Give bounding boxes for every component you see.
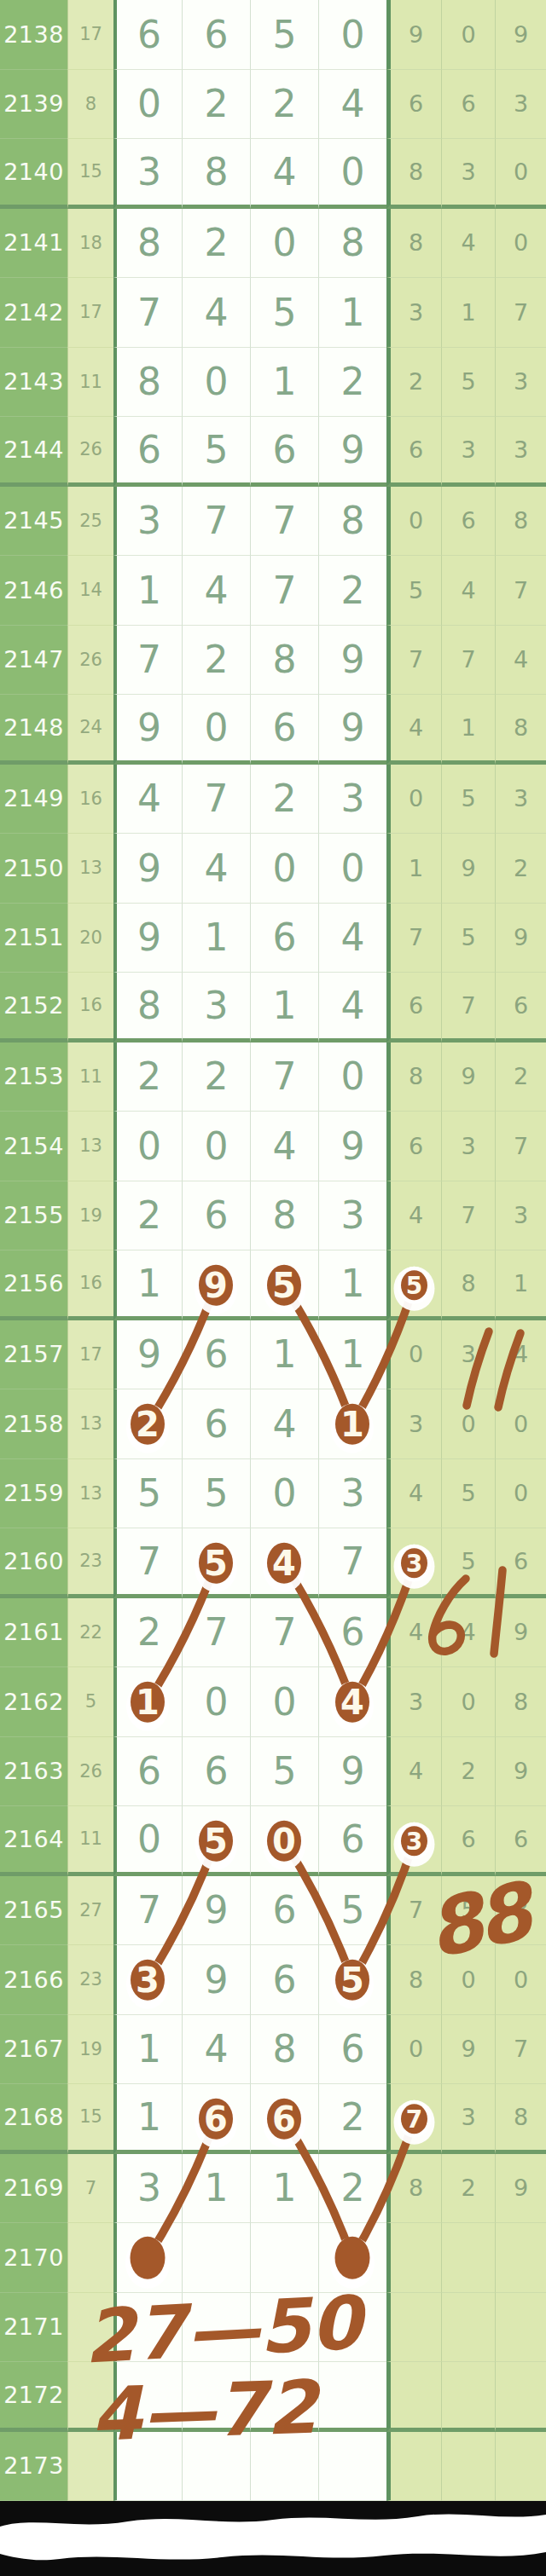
main-digit-cell: [113, 2432, 182, 2502]
tail-digit-cell: 6: [495, 973, 546, 1043]
period-cell: 2138: [0, 0, 67, 70]
tail-digit-cell: 5: [441, 765, 495, 835]
main-digit-cell: 4: [318, 973, 386, 1043]
sum-cell: 17: [67, 278, 113, 348]
main-digit-cell: 0: [250, 834, 318, 904]
period-cell: 2141: [0, 209, 67, 279]
tail-digit-cell: 3: [441, 139, 495, 209]
main-digit-cell: [182, 2223, 250, 2293]
torn-edge-footer: [0, 2501, 546, 2576]
period-cell: 2153: [0, 1043, 67, 1112]
period-cell: 2147: [0, 626, 67, 696]
sum-cell: [67, 2362, 113, 2432]
tail-digit-cell: 6: [386, 1112, 441, 1181]
tail-digit-cell: 4: [386, 695, 441, 765]
period-cell: 2152: [0, 973, 67, 1043]
row-2166: 2166233965800: [0, 1945, 546, 2015]
main-digit-cell: 6: [250, 1945, 318, 2015]
row-2171: 2171: [0, 2293, 546, 2363]
main-digit-cell: 2: [113, 1389, 182, 1459]
tail-digit-cell: 0: [386, 1320, 441, 1390]
main-digit-cell: 2: [318, 348, 386, 418]
tail-digit-cell: [441, 2432, 495, 2502]
tail-digit-cell: 9: [495, 1598, 546, 1668]
main-digit-cell: 8: [318, 209, 386, 279]
tail-digit-cell: 8: [386, 209, 441, 279]
tail-digit-cell: 5: [441, 348, 495, 418]
sum-cell: 18: [67, 209, 113, 279]
tail-digit-cell: 3: [495, 765, 546, 835]
main-digit-cell: 8: [250, 2015, 318, 2085]
period-cell: 2150: [0, 834, 67, 904]
main-digit-cell: 6: [182, 1181, 250, 1251]
sum-cell: 17: [67, 0, 113, 70]
tail-digit-cell: 0: [495, 1945, 546, 2015]
tail-digit-cell: 7: [441, 626, 495, 696]
tail-digit-cell: 6: [441, 1806, 495, 1876]
row-2164: 2164110506366: [0, 1806, 546, 1876]
main-digit-cell: 9: [318, 695, 386, 765]
tail-digit-cell: 9: [441, 1043, 495, 1112]
tail-digit-cell: 8: [386, 1945, 441, 2015]
sum-cell: 11: [67, 1043, 113, 1112]
main-digit-cell: 4: [318, 904, 386, 973]
main-digit-cell: 2: [318, 2084, 386, 2154]
row-2162: 216251004308: [0, 1667, 546, 1737]
row-2159: 2159135503450: [0, 1459, 546, 1529]
tail-digit-cell: [386, 2223, 441, 2293]
period-cell: 2145: [0, 487, 67, 557]
torn-edge-graphic: [0, 2501, 546, 2576]
main-digit-cell: 0: [113, 1112, 182, 1181]
sum-cell: 19: [67, 1181, 113, 1251]
tail-digit-cell: 8: [495, 1876, 546, 1946]
sum-cell: 24: [67, 695, 113, 765]
main-digit-cell: 5: [318, 1876, 386, 1946]
tail-digit-cell: 4: [386, 1181, 441, 1251]
row-2139: 213980224663: [0, 70, 546, 140]
tail-digit-cell: 7: [386, 2084, 441, 2154]
row-2161: 2161222776449: [0, 1598, 546, 1668]
main-digit-cell: 9: [318, 1112, 386, 1181]
main-digit-cell: 4: [250, 139, 318, 209]
period-cell: 2168: [0, 2084, 67, 2154]
main-digit-cell: 8: [250, 1181, 318, 1251]
tail-digit-cell: 9: [495, 904, 546, 973]
row-2170: 2170: [0, 2223, 546, 2293]
period-cell: 2165: [0, 1876, 67, 1946]
main-digit-cell: 3: [318, 1459, 386, 1529]
sum-cell: 17: [67, 1320, 113, 1390]
row-2153: 2153112270892: [0, 1043, 546, 1112]
main-digit-cell: 8: [318, 487, 386, 557]
tail-digit-cell: 2: [495, 1043, 546, 1112]
tail-digit-cell: 9: [441, 834, 495, 904]
period-cell: 2139: [0, 70, 67, 140]
row-2142: 2142177451317: [0, 278, 546, 348]
sum-cell: 16: [67, 973, 113, 1043]
tail-digit-cell: 0: [441, 1945, 495, 2015]
tail-digit-cell: 9: [495, 1737, 546, 1807]
sum-cell: 15: [67, 2084, 113, 2154]
period-cell: 2158: [0, 1389, 67, 1459]
main-digit-cell: 7: [113, 626, 182, 696]
period-cell: 2169: [0, 2154, 67, 2224]
tail-digit-cell: 1: [386, 834, 441, 904]
main-digit-cell: 2: [113, 1181, 182, 1251]
main-digit-cell: 0: [318, 139, 386, 209]
period-cell: 2151: [0, 904, 67, 973]
main-digit-cell: 2: [182, 626, 250, 696]
row-2168: 2168151662738: [0, 2084, 546, 2154]
main-digit-cell: [318, 2362, 386, 2432]
row-2165: 2165277965758: [0, 1876, 546, 1946]
sum-cell: 13: [67, 1112, 113, 1181]
sum-cell: 19: [67, 2015, 113, 2085]
tail-digit-cell: 4: [441, 1598, 495, 1668]
main-digit-cell: 1: [113, 2015, 182, 2085]
main-digit-cell: 4: [182, 834, 250, 904]
tail-digit-cell: 7: [495, 1112, 546, 1181]
main-digit-cell: 2: [113, 1598, 182, 1668]
sum-cell: [67, 2432, 113, 2502]
row-2158: 2158132641300: [0, 1389, 546, 1459]
main-digit-cell: 6: [182, 1737, 250, 1807]
main-digit-cell: 6: [250, 695, 318, 765]
tail-digit-cell: 0: [495, 1459, 546, 1529]
main-digit-cell: 2: [182, 70, 250, 140]
sum-cell: 15: [67, 139, 113, 209]
tail-digit-cell: 0: [386, 2015, 441, 2085]
row-2156: 2156161951581: [0, 1250, 546, 1320]
main-digit-cell: 9: [113, 1320, 182, 1390]
main-digit-cell: 2: [250, 70, 318, 140]
main-digit-cell: 1: [318, 1320, 386, 1390]
period-cell: 2159: [0, 1459, 67, 1529]
main-digit-cell: 1: [182, 904, 250, 973]
main-digit-cell: 8: [182, 139, 250, 209]
tail-digit-cell: 0: [495, 1389, 546, 1459]
tail-digit-cell: 8: [386, 1043, 441, 1112]
main-digit-cell: [182, 2362, 250, 2432]
main-digit-cell: 5: [113, 1459, 182, 1529]
main-digit-cell: 6: [318, 1806, 386, 1876]
period-cell: 2171: [0, 2293, 67, 2363]
main-digit-cell: 7: [182, 487, 250, 557]
period-cell: 2160: [0, 1528, 67, 1598]
main-digit-cell: 2: [318, 2154, 386, 2224]
tail-digit-cell: 8: [495, 2084, 546, 2154]
row-2138: 2138176650909: [0, 0, 546, 70]
main-digit-cell: 4: [113, 765, 182, 835]
sum-cell: 11: [67, 1806, 113, 1876]
main-digit-cell: 0: [318, 1043, 386, 1112]
main-digit-cell: 4: [318, 1667, 386, 1737]
sum-cell: [67, 2223, 113, 2293]
main-digit-cell: [250, 2223, 318, 2293]
tail-digit-cell: [441, 2223, 495, 2293]
main-digit-cell: 6: [113, 1737, 182, 1807]
tail-digit-cell: 8: [495, 1667, 546, 1737]
sum-cell: 23: [67, 1528, 113, 1598]
tail-digit-cell: 0: [495, 209, 546, 279]
row-2140: 2140153840830: [0, 139, 546, 209]
tail-digit-cell: 7: [386, 1876, 441, 1946]
main-digit-cell: 7: [250, 1598, 318, 1668]
tail-digit-cell: 3: [441, 1112, 495, 1181]
tail-digit-cell: 7: [386, 626, 441, 696]
tail-digit-cell: 6: [386, 70, 441, 140]
main-digit-cell: 3: [182, 973, 250, 1043]
main-digit-cell: 0: [250, 209, 318, 279]
tail-digit-cell: 6: [495, 1806, 546, 1876]
period-cell: 2142: [0, 278, 67, 348]
main-digit-cell: [250, 2362, 318, 2432]
period-cell: 2140: [0, 139, 67, 209]
row-2163: 2163266659429: [0, 1737, 546, 1807]
sum-cell: 26: [67, 1737, 113, 1807]
tail-digit-cell: [441, 2293, 495, 2363]
period-cell: 2148: [0, 695, 67, 765]
tail-digit-cell: 6: [441, 487, 495, 557]
main-digit-cell: 9: [182, 1945, 250, 2015]
tail-digit-cell: 6: [386, 973, 441, 1043]
main-digit-cell: 3: [318, 765, 386, 835]
row-2146: 2146141472547: [0, 556, 546, 626]
tail-digit-cell: 7: [441, 1181, 495, 1251]
main-digit-cell: 6: [250, 904, 318, 973]
main-digit-cell: 8: [250, 626, 318, 696]
main-digit-cell: 1: [318, 278, 386, 348]
tail-digit-cell: 3: [441, 2084, 495, 2154]
row-2167: 2167191486097: [0, 2015, 546, 2085]
main-digit-cell: 4: [250, 1389, 318, 1459]
main-digit-cell: 6: [182, 1320, 250, 1390]
period-cell: 2144: [0, 417, 67, 487]
tail-digit-cell: 1: [495, 1250, 546, 1320]
tail-digit-cell: 0: [386, 487, 441, 557]
tail-digit-cell: 9: [495, 2154, 546, 2224]
sum-cell: 5: [67, 1667, 113, 1737]
period-cell: 2157: [0, 1320, 67, 1390]
period-cell: 2146: [0, 556, 67, 626]
period-cell: 2143: [0, 348, 67, 418]
row-2141: 2141188208840: [0, 209, 546, 279]
main-digit-cell: 1: [318, 1250, 386, 1320]
row-2172: 2172: [0, 2362, 546, 2432]
main-digit-cell: 1: [113, 556, 182, 626]
main-digit-cell: 6: [318, 1598, 386, 1668]
main-digit-cell: 2: [250, 765, 318, 835]
main-digit-cell: [113, 2223, 182, 2293]
main-digit-cell: 6: [113, 417, 182, 487]
main-digit-cell: 4: [318, 70, 386, 140]
main-digit-cell: 1: [113, 1250, 182, 1320]
tail-digit-cell: [386, 2362, 441, 2432]
sum-cell: 20: [67, 904, 113, 973]
period-cell: 2172: [0, 2362, 67, 2432]
period-cell: 2154: [0, 1112, 67, 1181]
tail-digit-cell: 3: [386, 1667, 441, 1737]
tail-digit-cell: 4: [495, 1320, 546, 1390]
tail-digit-cell: [386, 2432, 441, 2502]
main-digit-cell: 1: [250, 973, 318, 1043]
tail-digit-cell: 6: [441, 70, 495, 140]
main-digit-cell: 9: [182, 1876, 250, 1946]
tail-digit-cell: 3: [386, 278, 441, 348]
main-digit-cell: 5: [250, 278, 318, 348]
row-2149: 2149164723053: [0, 765, 546, 835]
period-cell: 2163: [0, 1737, 67, 1807]
main-digit-cell: 5: [182, 1528, 250, 1598]
main-digit-cell: 9: [113, 695, 182, 765]
tail-digit-cell: 3: [441, 417, 495, 487]
main-digit-cell: 9: [113, 834, 182, 904]
period-cell: 2161: [0, 1598, 67, 1668]
tail-digit-cell: 7: [495, 2015, 546, 2085]
main-digit-cell: 9: [318, 1737, 386, 1807]
main-digit-cell: 6: [250, 417, 318, 487]
main-digit-cell: 6: [182, 2084, 250, 2154]
row-2173: 2173: [0, 2432, 546, 2502]
tail-digit-cell: 3: [386, 1528, 441, 1598]
main-digit-cell: 6: [113, 0, 182, 70]
sum-cell: 23: [67, 1945, 113, 2015]
tail-digit-cell: 5: [441, 1528, 495, 1598]
sum-cell: 26: [67, 417, 113, 487]
tail-digit-cell: 3: [495, 1181, 546, 1251]
row-2148: 2148249069418: [0, 695, 546, 765]
main-digit-cell: 7: [113, 1876, 182, 1946]
main-digit-cell: 9: [113, 904, 182, 973]
main-digit-cell: 1: [250, 348, 318, 418]
period-cell: 2170: [0, 2223, 67, 2293]
tail-digit-cell: 4: [441, 209, 495, 279]
tail-digit-cell: 4: [495, 626, 546, 696]
tail-digit-cell: 3: [386, 1806, 441, 1876]
sum-cell: [67, 2293, 113, 2363]
tail-digit-cell: [495, 2432, 546, 2502]
tail-digit-cell: 7: [441, 973, 495, 1043]
tail-digit-cell: [495, 2223, 546, 2293]
sum-cell: 8: [67, 70, 113, 140]
tail-digit-cell: 3: [495, 417, 546, 487]
lottery-trend-chart: 2138176650909213980224663214015384083021…: [0, 0, 546, 2576]
main-digit-cell: 0: [318, 0, 386, 70]
sum-cell: 11: [67, 348, 113, 418]
period-cell: 2164: [0, 1806, 67, 1876]
main-digit-cell: [250, 2293, 318, 2363]
main-digit-cell: 5: [182, 1806, 250, 1876]
main-digit-cell: 7: [318, 1528, 386, 1598]
main-digit-cell: 5: [250, 0, 318, 70]
main-digit-cell: [182, 2293, 250, 2363]
tail-digit-cell: 0: [386, 765, 441, 835]
main-digit-cell: 2: [113, 1043, 182, 1112]
tail-digit-cell: 7: [495, 556, 546, 626]
main-digit-cell: 8: [113, 973, 182, 1043]
row-2155: 2155192683473: [0, 1181, 546, 1251]
main-digit-cell: 2: [182, 209, 250, 279]
tail-digit-cell: [495, 2362, 546, 2432]
tail-digit-cell: 0: [441, 1389, 495, 1459]
period-cell: 2155: [0, 1181, 67, 1251]
main-digit-cell: 0: [250, 1806, 318, 1876]
row-2147: 2147267289774: [0, 626, 546, 696]
main-digit-cell: 7: [250, 487, 318, 557]
tail-digit-cell: 0: [441, 0, 495, 70]
main-digit-cell: [318, 2293, 386, 2363]
tail-digit-cell: 1: [441, 278, 495, 348]
tail-digit-cell: 3: [386, 1389, 441, 1459]
sum-cell: 13: [67, 1389, 113, 1459]
period-cell: 2149: [0, 765, 67, 835]
main-digit-cell: [318, 2223, 386, 2293]
tail-digit-cell: 0: [441, 1667, 495, 1737]
row-2160: 2160237547356: [0, 1528, 546, 1598]
main-digit-cell: 9: [318, 626, 386, 696]
tail-digit-cell: 6: [386, 417, 441, 487]
tail-digit-cell: 3: [495, 70, 546, 140]
tail-digit-cell: 2: [386, 348, 441, 418]
period-cell: 2173: [0, 2432, 67, 2502]
period-cell: 2166: [0, 1945, 67, 2015]
number-grid: 2138176650909213980224663214015384083021…: [0, 0, 546, 2501]
main-digit-cell: 5: [250, 1737, 318, 1807]
tail-digit-cell: 5: [386, 1250, 441, 1320]
main-digit-cell: 3: [113, 1945, 182, 2015]
period-cell: 2167: [0, 2015, 67, 2085]
tail-digit-cell: 8: [386, 139, 441, 209]
tail-digit-cell: 3: [495, 348, 546, 418]
tail-digit-cell: [386, 2293, 441, 2363]
main-digit-cell: [182, 2432, 250, 2502]
main-digit-cell: 0: [182, 348, 250, 418]
main-digit-cell: 1: [250, 1320, 318, 1390]
sum-cell: 13: [67, 834, 113, 904]
main-digit-cell: 1: [113, 1667, 182, 1737]
main-digit-cell: 5: [182, 417, 250, 487]
main-digit-cell: 3: [318, 1181, 386, 1251]
main-digit-cell: 0: [318, 834, 386, 904]
tail-digit-cell: 8: [386, 2154, 441, 2224]
main-digit-cell: 0: [182, 1112, 250, 1181]
tail-digit-cell: 5: [441, 1876, 495, 1946]
sum-cell: 16: [67, 1250, 113, 1320]
main-digit-cell: 7: [250, 556, 318, 626]
sum-cell: 14: [67, 556, 113, 626]
main-digit-cell: [318, 2432, 386, 2502]
tail-digit-cell: 0: [495, 139, 546, 209]
main-digit-cell: 2: [318, 556, 386, 626]
tail-digit-cell: 4: [386, 1598, 441, 1668]
main-digit-cell: 7: [113, 1528, 182, 1598]
main-digit-cell: 6: [182, 1389, 250, 1459]
main-digit-cell: 9: [182, 1250, 250, 1320]
main-digit-cell: 6: [250, 2084, 318, 2154]
main-digit-cell: 1: [318, 1389, 386, 1459]
main-digit-cell: 6: [318, 2015, 386, 2085]
main-digit-cell: 0: [113, 70, 182, 140]
tail-digit-cell: 6: [495, 1528, 546, 1598]
main-digit-cell: 4: [250, 1112, 318, 1181]
main-digit-cell: 1: [182, 2154, 250, 2224]
main-digit-cell: 5: [182, 1459, 250, 1529]
tail-digit-cell: 2: [441, 2154, 495, 2224]
main-digit-cell: 7: [250, 1043, 318, 1112]
main-digit-cell: 4: [182, 2015, 250, 2085]
period-cell: 2162: [0, 1667, 67, 1737]
